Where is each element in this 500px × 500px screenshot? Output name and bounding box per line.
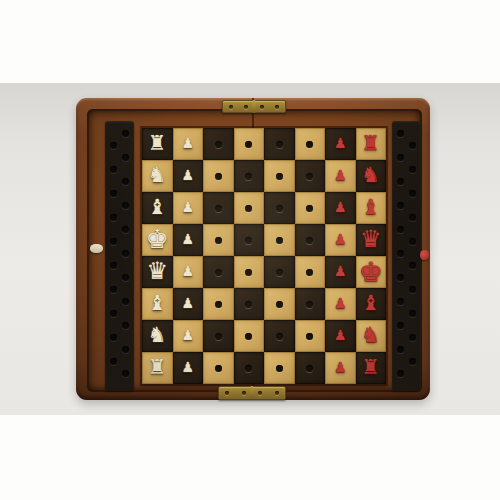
white-rook: ♜ <box>148 357 167 378</box>
square: ♚ <box>356 256 387 288</box>
rail-peg-hole <box>397 298 404 305</box>
peg-hole <box>306 205 313 212</box>
rail-peg-hole <box>397 130 404 137</box>
rail-peg-hole <box>110 262 117 269</box>
rail-peg-hole <box>409 286 416 293</box>
rail-peg-hole <box>110 286 117 293</box>
rail-peg-hole <box>122 226 129 233</box>
red-pawn: ♟ <box>334 232 347 246</box>
rail-peg-hole <box>409 166 416 173</box>
photo-backdrop: ♜♟♟♜♞♟♟♞♝♟♟♝♚♟♟♛♛♟♟♚♝♟♟♝♞♟♟♞♜♟♟♜ <box>0 0 500 500</box>
rail-peg-hole <box>397 226 404 233</box>
square <box>295 256 326 288</box>
square: ♝ <box>356 192 387 224</box>
square <box>295 160 326 192</box>
square <box>295 128 326 160</box>
red-king: ♚ <box>359 258 383 285</box>
rail-peg-hole <box>409 310 416 317</box>
rail-peg-hole <box>397 202 404 209</box>
peg-hole <box>306 141 313 148</box>
square: ♟ <box>173 224 204 256</box>
square <box>234 352 265 384</box>
square <box>234 160 265 192</box>
square: ♜ <box>142 352 173 384</box>
red-rook: ♜ <box>361 357 380 378</box>
square: ♟ <box>173 320 204 352</box>
red-knight: ♞ <box>361 165 380 186</box>
rail-peg-hole <box>397 274 404 281</box>
square: ♟ <box>325 256 356 288</box>
peg-hole <box>215 141 222 148</box>
peg-hole <box>245 141 252 148</box>
rail-peg-hole <box>397 154 404 161</box>
square: ♞ <box>356 320 387 352</box>
peg-hole <box>276 237 283 244</box>
square: ♟ <box>325 320 356 352</box>
white-knight: ♞ <box>148 165 167 186</box>
peg-hole <box>215 173 222 180</box>
red-bishop: ♝ <box>361 197 380 218</box>
square <box>234 224 265 256</box>
square <box>264 224 295 256</box>
square: ♜ <box>356 352 387 384</box>
rail-peg-hole <box>397 370 404 377</box>
square: ♟ <box>325 192 356 224</box>
white-pawn: ♟ <box>181 232 194 246</box>
peg-hole <box>276 141 283 148</box>
square: ♞ <box>356 160 387 192</box>
rail-peg-hole <box>409 238 416 245</box>
white-pawn: ♟ <box>181 136 194 150</box>
square <box>203 320 234 352</box>
rail-peg-hole <box>409 190 416 197</box>
square <box>234 256 265 288</box>
square <box>264 352 295 384</box>
peg-hole <box>245 237 252 244</box>
hinge-knuckle-icon <box>253 100 256 113</box>
white-pawn: ♟ <box>181 168 194 182</box>
square: ♞ <box>142 160 173 192</box>
peg-hole <box>245 301 252 308</box>
square <box>234 320 265 352</box>
red-pawn: ♟ <box>334 296 347 310</box>
square: ♟ <box>173 128 204 160</box>
rail-peg-hole <box>409 214 416 221</box>
rail-peg-hole <box>397 250 404 257</box>
peg-hole <box>245 365 252 372</box>
square <box>203 128 234 160</box>
brass-hinge-top-icon <box>222 100 286 113</box>
red-knight: ♞ <box>361 325 380 346</box>
white-pawn: ♟ <box>181 200 194 214</box>
peg-hole <box>276 205 283 212</box>
square <box>203 256 234 288</box>
screw-icon <box>225 391 229 395</box>
rail-peg-hole <box>397 322 404 329</box>
square <box>295 320 326 352</box>
white-pawn: ♟ <box>181 328 194 342</box>
peg-hole <box>215 301 222 308</box>
red-pawn: ♟ <box>334 360 347 374</box>
square: ♟ <box>173 192 204 224</box>
hinge-knuckle-icon <box>251 386 254 399</box>
peg-hole <box>306 237 313 244</box>
peg-hole <box>306 301 313 308</box>
rail-peg-hole <box>110 142 117 149</box>
square <box>264 288 295 320</box>
white-pawn: ♟ <box>181 360 194 374</box>
square: ♚ <box>142 224 173 256</box>
rail-peg-hole <box>122 370 129 377</box>
square: ♟ <box>173 256 204 288</box>
square <box>203 224 234 256</box>
peg-hole <box>306 365 313 372</box>
rail-peg-hole <box>110 190 117 197</box>
rail-peg-hole <box>409 358 416 365</box>
screw-icon <box>229 105 233 109</box>
red-side-peg <box>420 250 429 260</box>
peg-hole <box>276 173 283 180</box>
square: ♟ <box>173 352 204 384</box>
white-pawn: ♟ <box>181 296 194 310</box>
peg-hole <box>245 269 252 276</box>
white-bishop: ♝ <box>148 197 167 218</box>
square: ♛ <box>356 224 387 256</box>
screw-icon <box>244 105 248 109</box>
rail-peg-hole <box>409 142 416 149</box>
square <box>264 320 295 352</box>
screw-icon <box>275 391 279 395</box>
red-rook: ♜ <box>361 133 380 154</box>
square: ♜ <box>142 128 173 160</box>
peg-hole <box>306 333 313 340</box>
square <box>203 288 234 320</box>
chess-box: ♜♟♟♜♞♟♟♞♝♟♟♝♚♟♟♛♛♟♟♚♝♟♟♝♞♟♟♞♜♟♟♜ <box>76 98 430 400</box>
peg-hole <box>215 333 222 340</box>
screw-icon <box>242 391 246 395</box>
square: ♟ <box>173 288 204 320</box>
square: ♟ <box>325 160 356 192</box>
red-queen: ♛ <box>360 227 382 251</box>
screw-icon <box>258 391 262 395</box>
square <box>203 352 234 384</box>
rail-peg-hole <box>110 334 117 341</box>
left-storage-rail <box>105 121 134 391</box>
peg-hole <box>276 333 283 340</box>
rail-peg-hole <box>122 178 129 185</box>
peg-hole <box>215 269 222 276</box>
brass-hinge-bottom-icon <box>218 386 286 400</box>
square <box>203 192 234 224</box>
white-pawn: ♟ <box>181 264 194 278</box>
peg-hole <box>276 301 283 308</box>
square <box>234 128 265 160</box>
white-bishop: ♝ <box>148 293 167 314</box>
white-rook: ♜ <box>148 133 167 154</box>
rail-peg-hole <box>409 334 416 341</box>
rail-peg-hole <box>122 202 129 209</box>
white-king: ♚ <box>146 226 169 252</box>
peg-hole <box>306 173 313 180</box>
red-bishop: ♝ <box>361 293 380 314</box>
rail-peg-hole <box>110 166 117 173</box>
rail-peg-hole <box>110 310 117 317</box>
red-pawn: ♟ <box>334 136 347 150</box>
square: ♟ <box>173 160 204 192</box>
square <box>264 160 295 192</box>
rail-peg-hole <box>122 130 129 137</box>
square <box>234 288 265 320</box>
rail-peg-hole <box>122 154 129 161</box>
chess-board: ♜♟♟♜♞♟♟♞♝♟♟♝♚♟♟♛♛♟♟♚♝♟♟♝♞♟♟♞♜♟♟♜ <box>142 128 386 384</box>
rail-peg-hole <box>110 214 117 221</box>
square <box>264 256 295 288</box>
rail-peg-hole <box>397 346 404 353</box>
rail-peg-hole <box>409 262 416 269</box>
square: ♝ <box>356 288 387 320</box>
peg-hole <box>215 365 222 372</box>
square: ♟ <box>325 288 356 320</box>
peg-hole <box>276 269 283 276</box>
rail-peg-hole <box>122 274 129 281</box>
rail-peg-hole <box>110 238 117 245</box>
red-pawn: ♟ <box>334 168 347 182</box>
square: ♟ <box>325 128 356 160</box>
square: ♞ <box>142 320 173 352</box>
rail-peg-hole <box>397 178 404 185</box>
rail-peg-hole <box>122 346 129 353</box>
peg-hole <box>276 365 283 372</box>
square <box>264 192 295 224</box>
peg-hole <box>215 205 222 212</box>
white-side-peg <box>90 244 103 253</box>
red-pawn: ♟ <box>334 264 347 278</box>
square <box>295 192 326 224</box>
peg-hole <box>306 269 313 276</box>
square: ♛ <box>142 256 173 288</box>
peg-hole <box>215 237 222 244</box>
square <box>234 192 265 224</box>
square <box>295 352 326 384</box>
peg-hole <box>245 333 252 340</box>
rail-peg-hole <box>122 298 129 305</box>
screw-icon <box>275 105 279 109</box>
square: ♝ <box>142 288 173 320</box>
white-knight: ♞ <box>148 325 167 346</box>
rail-peg-hole <box>122 250 129 257</box>
right-storage-rail <box>392 121 421 391</box>
rail-peg-hole <box>122 322 129 329</box>
square: ♟ <box>325 352 356 384</box>
square: ♟ <box>325 224 356 256</box>
square <box>295 224 326 256</box>
red-pawn: ♟ <box>334 328 347 342</box>
screw-icon <box>260 105 264 109</box>
rail-peg-hole <box>110 358 117 365</box>
red-pawn: ♟ <box>334 200 347 214</box>
square: ♝ <box>142 192 173 224</box>
white-queen: ♛ <box>146 259 168 283</box>
peg-hole <box>245 205 252 212</box>
square <box>203 160 234 192</box>
square <box>264 128 295 160</box>
peg-hole <box>245 173 252 180</box>
square: ♜ <box>356 128 387 160</box>
square <box>295 288 326 320</box>
